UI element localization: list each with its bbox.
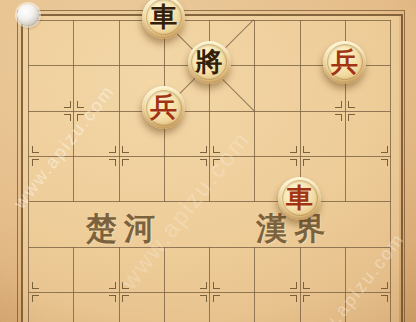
piece-glyph: 將 — [196, 48, 223, 75]
piece-glyph: 兵 — [331, 48, 358, 75]
corner-pin-marker — [17, 4, 39, 26]
xiangqi-app-screen: 楚河 漢界 車將兵兵車 www.apizu.comwww.apizu.comww… — [0, 0, 416, 322]
piece-glyph: 兵 — [150, 93, 177, 120]
piece-black-general[interactable]: 將 — [188, 41, 231, 84]
piece-red-soldier-b[interactable]: 兵 — [323, 41, 366, 84]
piece-black-chariot[interactable]: 車 — [142, 0, 185, 39]
xiangqi-board[interactable]: 車將兵兵車 — [5, 0, 412, 311]
piece-glyph: 車 — [150, 3, 177, 30]
piece-red-soldier-a[interactable]: 兵 — [142, 86, 185, 129]
piece-glyph: 車 — [286, 184, 313, 211]
piece-red-chariot[interactable]: 車 — [278, 177, 321, 220]
